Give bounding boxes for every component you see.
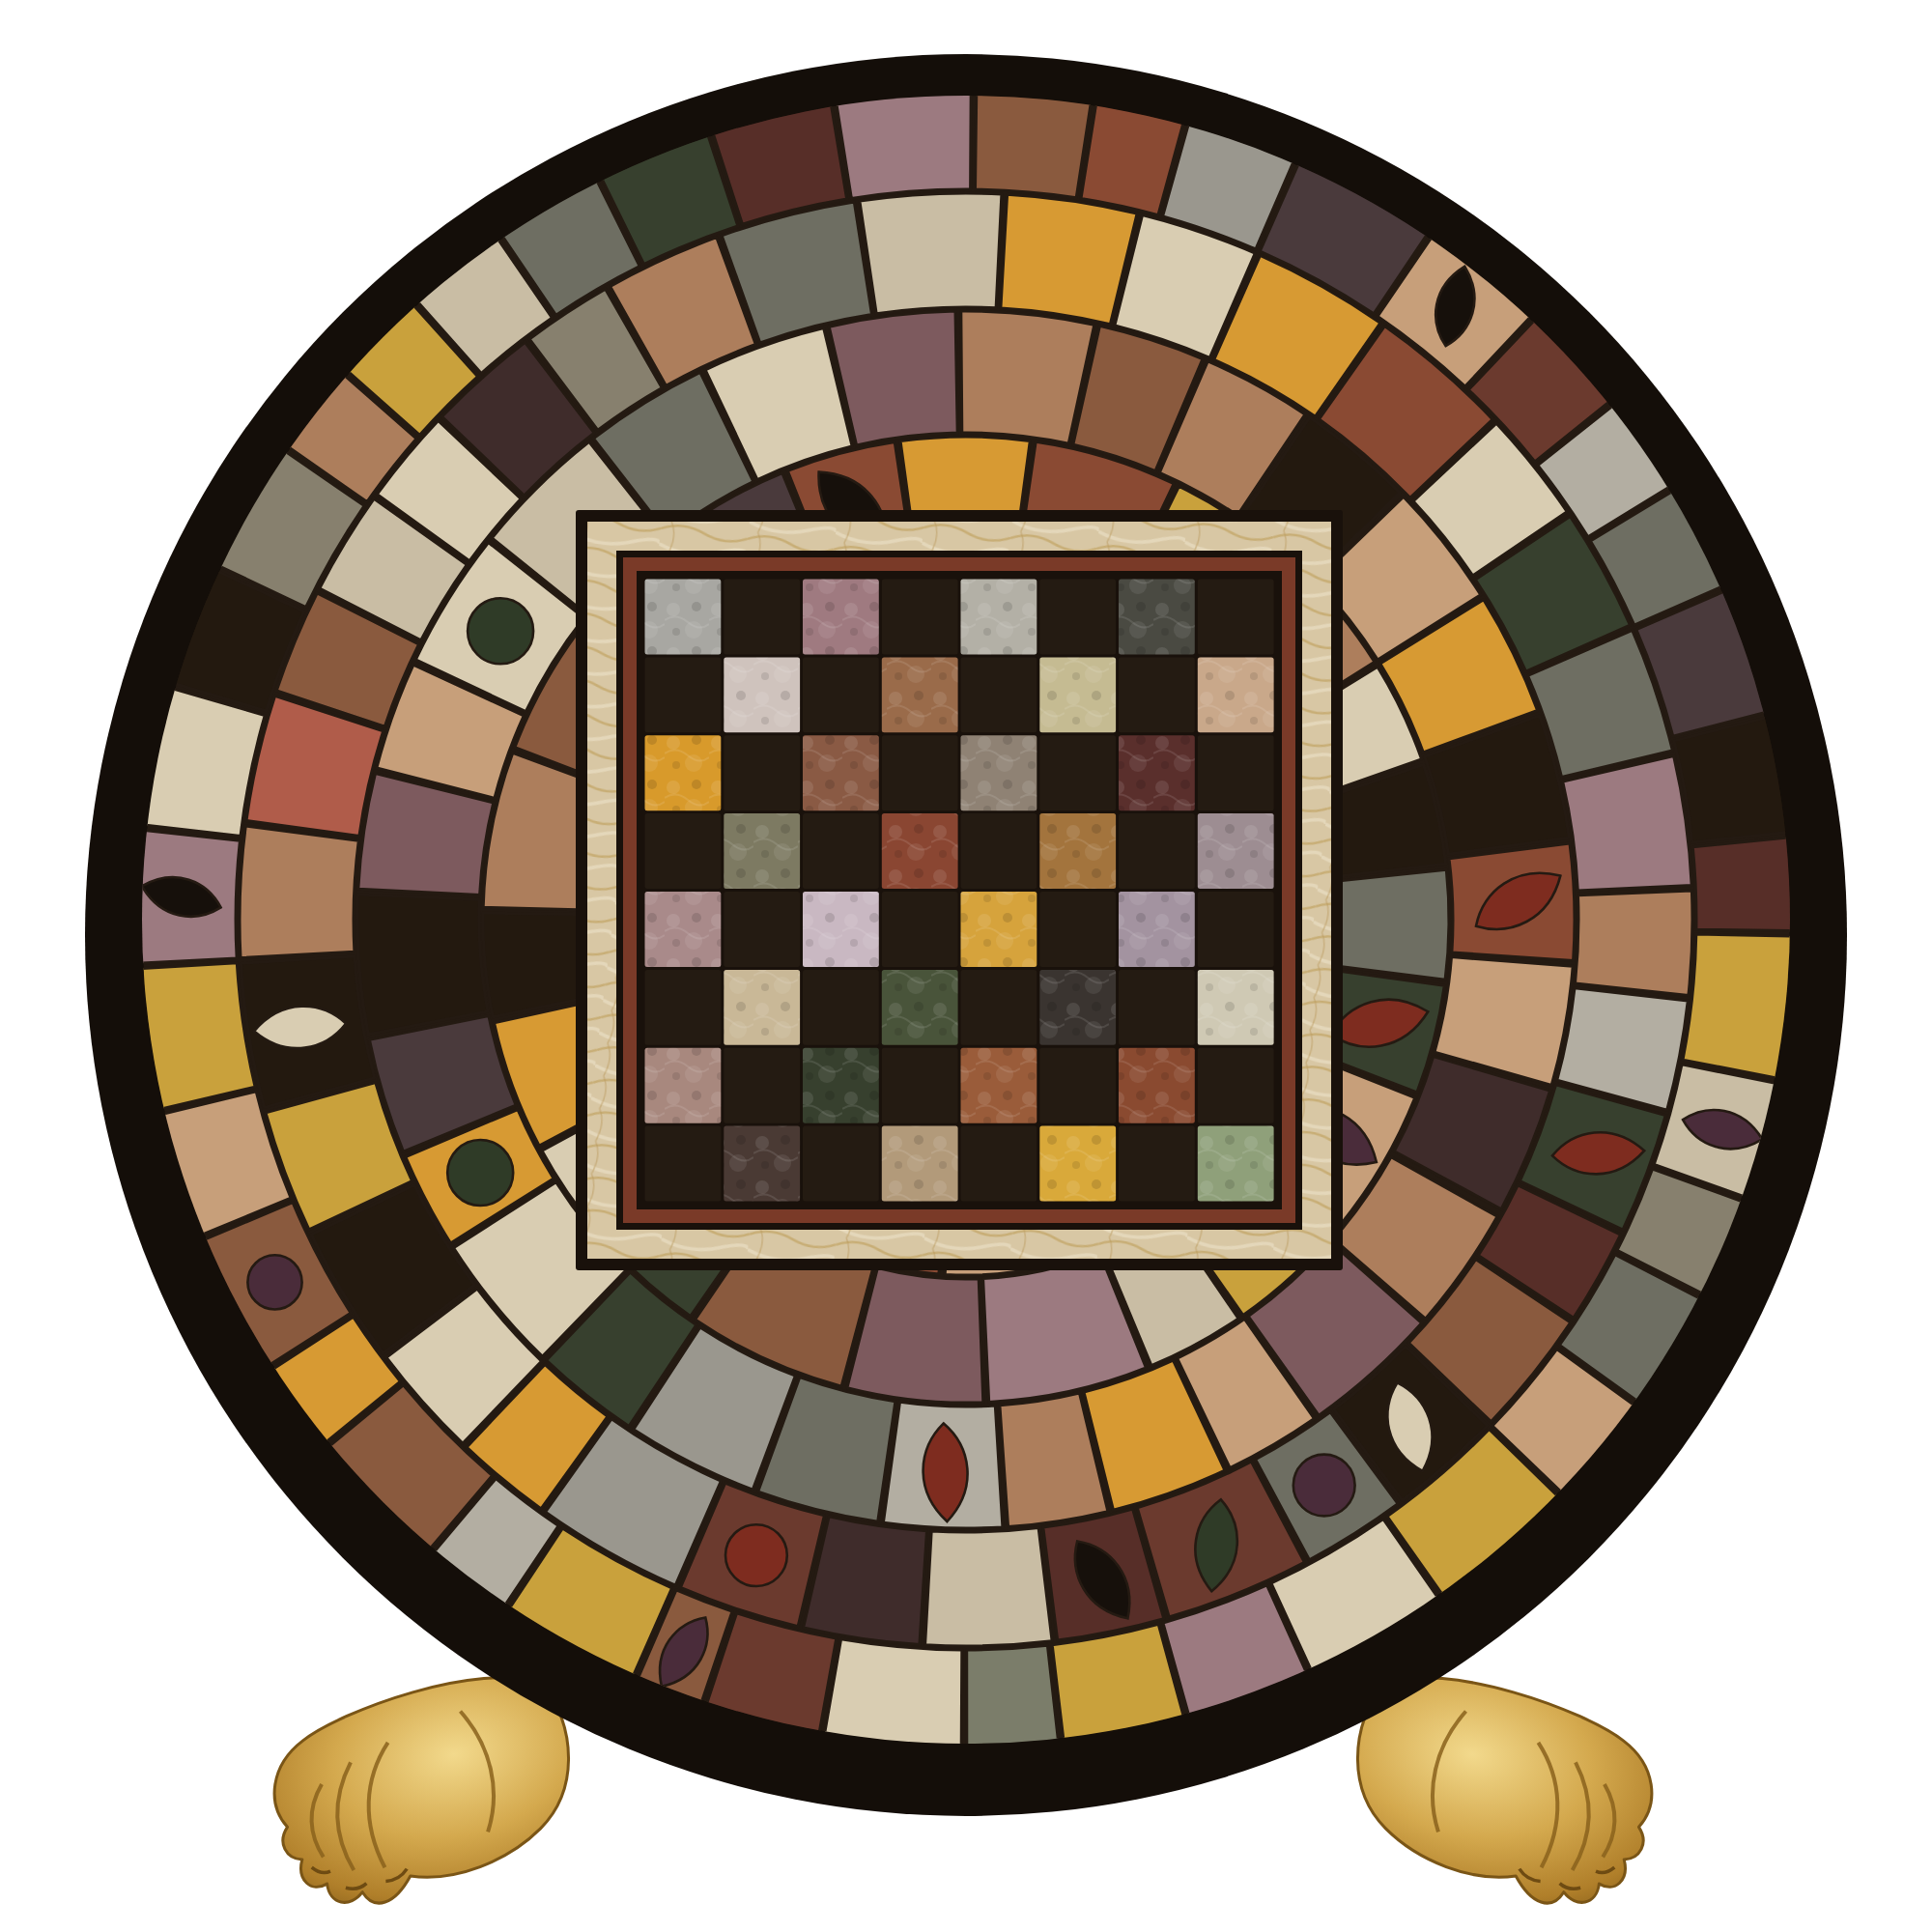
square-a5[interactable] <box>645 813 722 889</box>
square-e3[interactable] <box>961 970 1037 1045</box>
square-a2[interactable] <box>645 1048 722 1123</box>
square-e4[interactable] <box>961 892 1037 967</box>
square-h8[interactable] <box>1198 580 1274 655</box>
square-d3[interactable] <box>882 970 958 1045</box>
square-e6[interactable] <box>961 735 1037 810</box>
square-g5[interactable] <box>1119 813 1195 889</box>
mosaic-stone <box>925 1528 1053 1646</box>
mosaic-pebble-accent <box>247 1255 301 1309</box>
square-c5[interactable] <box>803 813 879 889</box>
square-e5[interactable] <box>961 813 1037 889</box>
square-h4[interactable] <box>1198 892 1274 967</box>
square-e1[interactable] <box>961 1126 1037 1202</box>
square-f7[interactable] <box>1039 657 1116 732</box>
square-d8[interactable] <box>882 580 958 655</box>
square-h6[interactable] <box>1198 735 1274 810</box>
square-a6[interactable] <box>645 735 722 810</box>
square-b3[interactable] <box>724 970 800 1045</box>
mosaic-stone <box>1692 838 1797 931</box>
square-b8[interactable] <box>724 580 800 655</box>
mosaic-stone <box>1563 756 1692 892</box>
square-f8[interactable] <box>1039 580 1116 655</box>
square-c8[interactable] <box>803 580 879 655</box>
square-c6[interactable] <box>803 735 879 810</box>
square-g6[interactable] <box>1119 735 1195 810</box>
square-c2[interactable] <box>803 1048 879 1123</box>
mosaic-stone <box>824 1639 962 1750</box>
square-b2[interactable] <box>724 1048 800 1123</box>
square-b6[interactable] <box>724 735 800 810</box>
chessboard <box>576 510 1343 1270</box>
mosaic-stone <box>860 193 1002 314</box>
square-f1[interactable] <box>1039 1126 1116 1202</box>
square-a1[interactable] <box>645 1126 722 1202</box>
square-b7[interactable] <box>724 657 800 732</box>
mosaic-pebble-accent <box>468 598 533 664</box>
square-c1[interactable] <box>803 1126 879 1202</box>
square-c7[interactable] <box>803 657 879 732</box>
mosaic-pebble-accent <box>1293 1455 1355 1517</box>
square-a3[interactable] <box>645 970 722 1045</box>
square-d7[interactable] <box>882 657 958 732</box>
square-g4[interactable] <box>1119 892 1195 967</box>
square-h3[interactable] <box>1198 970 1274 1045</box>
mosaic-stone <box>240 826 358 958</box>
square-g3[interactable] <box>1119 970 1195 1045</box>
square-g7[interactable] <box>1119 657 1195 732</box>
mosaic-stone <box>836 89 971 198</box>
mosaic-stone <box>357 895 488 1035</box>
square-g1[interactable] <box>1119 1126 1195 1202</box>
square-e8[interactable] <box>961 580 1037 655</box>
mosaic-pebble-accent <box>447 1140 513 1206</box>
square-f5[interactable] <box>1039 813 1116 889</box>
square-b4[interactable] <box>724 892 800 967</box>
square-b5[interactable] <box>724 813 800 889</box>
square-g8[interactable] <box>1119 580 1195 655</box>
square-h7[interactable] <box>1198 657 1274 732</box>
square-g2[interactable] <box>1119 1048 1195 1123</box>
square-d1[interactable] <box>882 1126 958 1202</box>
mosaic-stone <box>961 311 1094 443</box>
mosaic-stone <box>967 1645 1059 1750</box>
table-scene <box>0 0 1932 1932</box>
square-a7[interactable] <box>645 657 722 732</box>
square-e7[interactable] <box>961 657 1037 732</box>
square-d4[interactable] <box>882 892 958 967</box>
square-h2[interactable] <box>1198 1048 1274 1123</box>
mosaic-pebble-accent <box>725 1524 787 1586</box>
square-h1[interactable] <box>1198 1126 1274 1202</box>
square-f6[interactable] <box>1039 735 1116 810</box>
square-c3[interactable] <box>803 970 879 1045</box>
square-h5[interactable] <box>1198 813 1274 889</box>
square-f2[interactable] <box>1039 1048 1116 1123</box>
square-a4[interactable] <box>645 892 722 967</box>
square-b1[interactable] <box>724 1126 800 1202</box>
square-d5[interactable] <box>882 813 958 889</box>
square-e2[interactable] <box>961 1048 1037 1123</box>
square-a8[interactable] <box>645 580 722 655</box>
mosaic-stone <box>1576 891 1692 995</box>
antique-chess-table-photo <box>0 0 1932 1932</box>
square-d6[interactable] <box>882 735 958 810</box>
square-f3[interactable] <box>1039 970 1116 1045</box>
square-c4[interactable] <box>803 892 879 967</box>
mosaic-stone <box>976 89 1093 198</box>
square-f4[interactable] <box>1039 892 1116 967</box>
square-d2[interactable] <box>882 1048 958 1123</box>
